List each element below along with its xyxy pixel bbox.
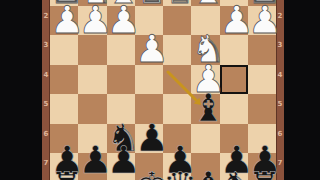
square-d5[interactable]	[163, 94, 191, 124]
board-frame-left	[42, 0, 50, 180]
square-d4[interactable]	[163, 65, 191, 95]
letterbox-bar-left	[0, 0, 42, 180]
rank-label-right-3: 3	[276, 41, 284, 49]
white-knight-c3[interactable]: ♞	[191, 35, 219, 65]
square-c6[interactable]	[191, 124, 219, 154]
white-pawn-b2[interactable]: ♟	[220, 6, 248, 36]
rank-label-left-5: 5	[42, 100, 50, 108]
rank-label-right-2: 2	[276, 12, 284, 20]
square-d7[interactable]: ♟	[163, 153, 191, 180]
square-a3[interactable]	[248, 35, 276, 65]
square-c7[interactable]	[191, 153, 219, 180]
square-b4-highlighted-last-move-origin[interactable]	[220, 65, 248, 95]
square-f6[interactable]: ♞	[107, 124, 135, 154]
square-f5[interactable]	[107, 94, 135, 124]
white-pawn-g2[interactable]: ♟	[78, 6, 106, 36]
square-c3[interactable]: ♞	[191, 35, 219, 65]
square-a2[interactable]: ♟	[248, 6, 276, 36]
chess-board[interactable]: ♜♞♝♚♛♝♜♟♟♟♟♟♟♞♟♝♞♟♟♟♟♟♟♟♜♚♛♝♞♜	[50, 0, 276, 180]
square-e7[interactable]	[135, 153, 163, 180]
rank-label-left-4: 4	[42, 71, 50, 79]
square-a7[interactable]: ♟	[248, 153, 276, 180]
square-a4[interactable]	[248, 65, 276, 95]
square-e6[interactable]: ♟	[135, 124, 163, 154]
square-f7[interactable]: ♟	[107, 153, 135, 180]
square-c5[interactable]: ♝	[191, 94, 219, 124]
square-d2[interactable]	[163, 6, 191, 36]
square-g3[interactable]	[78, 35, 106, 65]
square-b5[interactable]	[220, 94, 248, 124]
white-pawn-a2[interactable]: ♟	[248, 6, 276, 36]
rank-label-right-7: 7	[276, 159, 284, 167]
black-bishop-c5[interactable]: ♝	[191, 94, 219, 124]
rank-label-right-5: 5	[276, 100, 284, 108]
square-g6[interactable]	[78, 124, 106, 154]
rank-label-left-7: 7	[42, 159, 50, 167]
square-f3[interactable]	[107, 35, 135, 65]
square-g4[interactable]	[78, 65, 106, 95]
chess-video-frame: ♜♞♝♚♛♝♜♟♟♟♟♟♟♞♟♝♞♟♟♟♟♟♟♟♜♚♛♝♞♜ 223344556…	[0, 0, 320, 180]
rank-label-left-3: 3	[42, 41, 50, 49]
letterbox-bar-right	[284, 0, 320, 180]
square-g2[interactable]: ♟	[78, 6, 106, 36]
square-c4[interactable]: ♟	[191, 65, 219, 95]
square-a5[interactable]	[248, 94, 276, 124]
black-pawn-e6[interactable]: ♟	[135, 124, 163, 154]
black-knight-f6[interactable]: ♞	[107, 124, 135, 154]
square-f4[interactable]	[107, 65, 135, 95]
white-pawn-c4[interactable]: ♟	[191, 65, 219, 95]
square-f2[interactable]: ♟	[107, 6, 135, 36]
square-h2[interactable]: ♟	[50, 6, 78, 36]
square-d3[interactable]	[163, 35, 191, 65]
square-e5[interactable]	[135, 94, 163, 124]
square-g5[interactable]	[78, 94, 106, 124]
square-h3[interactable]	[50, 35, 78, 65]
square-g7[interactable]: ♟	[78, 153, 106, 180]
square-h7[interactable]: ♟	[50, 153, 78, 180]
rank-label-left-2: 2	[42, 12, 50, 20]
rank-label-right-6: 6	[276, 130, 284, 138]
square-c2[interactable]	[191, 6, 219, 36]
square-h4[interactable]	[50, 65, 78, 95]
white-pawn-h2[interactable]: ♟	[50, 6, 78, 36]
square-h5[interactable]	[50, 94, 78, 124]
square-e4[interactable]	[135, 65, 163, 95]
white-pawn-f2[interactable]: ♟	[107, 6, 135, 36]
square-e3[interactable]: ♟	[135, 35, 163, 65]
square-b6[interactable]	[220, 124, 248, 154]
square-b7[interactable]: ♟	[220, 153, 248, 180]
square-d6[interactable]	[163, 124, 191, 154]
white-pawn-e3[interactable]: ♟	[135, 35, 163, 65]
board-frame-right	[276, 0, 284, 180]
rank-label-left-6: 6	[42, 130, 50, 138]
square-b3[interactable]	[220, 35, 248, 65]
rank-label-right-4: 4	[276, 71, 284, 79]
square-a6[interactable]	[248, 124, 276, 154]
square-b2[interactable]: ♟	[220, 6, 248, 36]
square-e2[interactable]	[135, 6, 163, 36]
square-h6[interactable]	[50, 124, 78, 154]
